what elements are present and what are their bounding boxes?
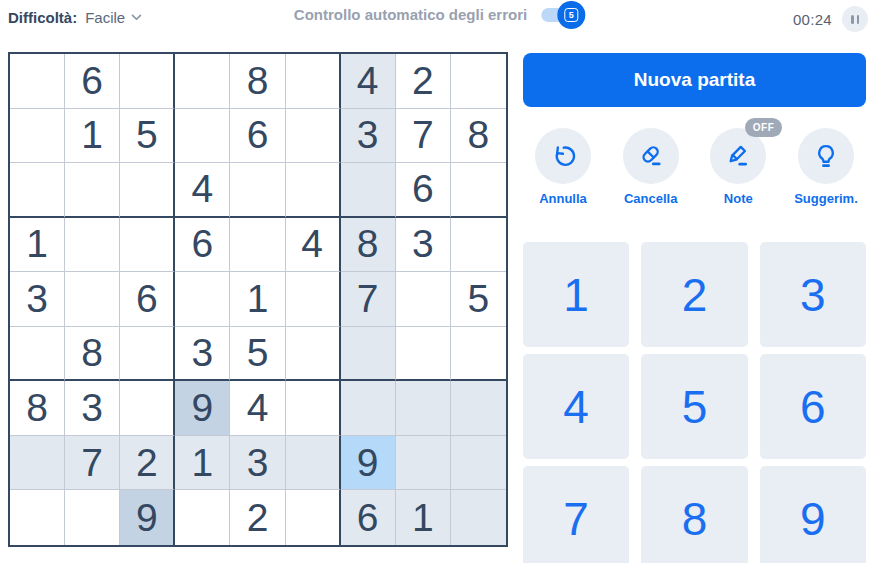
sudoku-cell-r5c4[interactable] bbox=[175, 272, 230, 327]
numpad-5[interactable]: 5 bbox=[641, 354, 747, 459]
sudoku-cell-r6c4[interactable]: 3 bbox=[175, 327, 230, 382]
sudoku-cell-r6c8[interactable] bbox=[396, 327, 451, 382]
sudoku-cell-r1c4[interactable] bbox=[175, 54, 230, 109]
notes-label: Note bbox=[724, 191, 753, 206]
sudoku-cell-r1c9[interactable] bbox=[451, 54, 506, 109]
sudoku-cell-r7c2[interactable]: 3 bbox=[65, 381, 120, 436]
sudoku-cell-r3c8[interactable]: 6 bbox=[396, 163, 451, 218]
sudoku-cell-r5c8[interactable] bbox=[396, 272, 451, 327]
difficulty-label: Difficoltà: bbox=[8, 9, 77, 26]
error-check-toggle[interactable]: 5 ✎ bbox=[541, 7, 581, 23]
hint-button[interactable]: Suggerim. bbox=[786, 128, 866, 206]
error-limit-badge: 5 bbox=[564, 8, 578, 22]
sudoku-cell-r1c7[interactable]: 4 bbox=[341, 54, 396, 109]
sudoku-cell-r2c5[interactable]: 6 bbox=[230, 109, 285, 164]
sudoku-cell-r9c4[interactable] bbox=[175, 490, 230, 545]
sudoku-cell-r7c1[interactable]: 8 bbox=[10, 381, 65, 436]
undo-button[interactable]: Annulla bbox=[523, 128, 603, 206]
sudoku-cell-r5c5[interactable]: 1 bbox=[230, 272, 285, 327]
sudoku-cell-r5c1[interactable]: 3 bbox=[10, 272, 65, 327]
numpad-8[interactable]: 8 bbox=[641, 466, 747, 563]
sudoku-cell-r3c9[interactable] bbox=[451, 163, 506, 218]
new-game-button[interactable]: Nuova partita bbox=[523, 53, 866, 107]
numpad-3[interactable]: 3 bbox=[760, 242, 866, 347]
sudoku-cell-r4c7[interactable]: 8 bbox=[341, 218, 396, 273]
eraser-icon bbox=[637, 142, 665, 170]
sudoku-cell-r8c7[interactable]: 9 bbox=[341, 436, 396, 491]
sudoku-cell-r6c1[interactable] bbox=[10, 327, 65, 382]
sudoku-cell-r3c3[interactable] bbox=[120, 163, 175, 218]
sudoku-cell-r2c6[interactable] bbox=[286, 109, 341, 164]
sudoku-cell-r9c8[interactable]: 1 bbox=[396, 490, 451, 545]
sudoku-cell-r9c5[interactable]: 2 bbox=[230, 490, 285, 545]
undo-icon bbox=[549, 142, 577, 170]
sudoku-cell-r3c5[interactable] bbox=[230, 163, 285, 218]
sudoku-cell-r9c9[interactable] bbox=[451, 490, 506, 545]
sudoku-cell-r7c4[interactable]: 9 bbox=[175, 381, 230, 436]
sudoku-cell-r9c6[interactable] bbox=[286, 490, 341, 545]
sudoku-cell-r7c7[interactable] bbox=[341, 381, 396, 436]
sudoku-cell-r1c3[interactable] bbox=[120, 54, 175, 109]
pause-icon bbox=[851, 15, 854, 24]
sudoku-app: Difficoltà: Facile Controllo automatico … bbox=[0, 0, 875, 563]
erase-button[interactable]: Cancella bbox=[611, 128, 691, 206]
sudoku-cell-r5c9[interactable]: 5 bbox=[451, 272, 506, 327]
numpad-2[interactable]: 2 bbox=[641, 242, 747, 347]
sudoku-cell-r4c2[interactable] bbox=[65, 218, 120, 273]
sudoku-cell-r2c2[interactable]: 1 bbox=[65, 109, 120, 164]
sudoku-cell-r1c2[interactable]: 6 bbox=[65, 54, 120, 109]
sudoku-cell-r3c1[interactable] bbox=[10, 163, 65, 218]
sudoku-cell-r8c8[interactable] bbox=[396, 436, 451, 491]
sudoku-cell-r8c2[interactable]: 7 bbox=[65, 436, 120, 491]
lightbulb-icon bbox=[812, 142, 840, 170]
sudoku-cell-r7c8[interactable] bbox=[396, 381, 451, 436]
sudoku-cell-r8c4[interactable]: 1 bbox=[175, 436, 230, 491]
sudoku-cell-r7c6[interactable] bbox=[286, 381, 341, 436]
sudoku-cell-r3c7[interactable] bbox=[341, 163, 396, 218]
sudoku-cell-r1c8[interactable]: 2 bbox=[396, 54, 451, 109]
sudoku-cell-r2c4[interactable] bbox=[175, 109, 230, 164]
sudoku-cell-r2c9[interactable]: 8 bbox=[451, 109, 506, 164]
sudoku-cell-r3c2[interactable] bbox=[65, 163, 120, 218]
pencil-icon bbox=[724, 142, 752, 170]
sudoku-cell-r3c6[interactable] bbox=[286, 163, 341, 218]
numpad: 1 2 3 4 5 6 7 8 9 bbox=[523, 242, 866, 563]
sudoku-cell-r7c3[interactable] bbox=[120, 381, 175, 436]
hint-label: Suggerim. bbox=[794, 191, 858, 206]
numpad-4[interactable]: 4 bbox=[523, 354, 629, 459]
sudoku-cell-r2c8[interactable]: 7 bbox=[396, 109, 451, 164]
sudoku-cell-r9c2[interactable] bbox=[65, 490, 120, 545]
sudoku-cell-r9c3[interactable]: 9 bbox=[120, 490, 175, 545]
sudoku-cell-r2c3[interactable]: 5 bbox=[120, 109, 175, 164]
sudoku-cell-r4c4[interactable]: 6 bbox=[175, 218, 230, 273]
sudoku-cell-r8c9[interactable] bbox=[451, 436, 506, 491]
pause-button[interactable] bbox=[842, 6, 868, 32]
sudoku-cell-r4c5[interactable] bbox=[230, 218, 285, 273]
topbar: Difficoltà: Facile Controllo automatico … bbox=[0, 0, 875, 40]
toggle-knob: 5 ✎ bbox=[557, 1, 585, 29]
sudoku-cell-r4c8[interactable]: 3 bbox=[396, 218, 451, 273]
sudoku-board: 68421563784616483361758358394721399261 bbox=[8, 52, 508, 547]
sudoku-cell-r8c3[interactable]: 2 bbox=[120, 436, 175, 491]
difficulty-select[interactable]: Facile bbox=[85, 9, 142, 26]
sudoku-cell-r4c9[interactable] bbox=[451, 218, 506, 273]
sudoku-cell-r5c3[interactable]: 6 bbox=[120, 272, 175, 327]
numpad-9[interactable]: 9 bbox=[760, 466, 866, 563]
sudoku-cell-r6c2[interactable]: 8 bbox=[65, 327, 120, 382]
erase-label: Cancella bbox=[624, 191, 677, 206]
sudoku-cell-r4c3[interactable] bbox=[120, 218, 175, 273]
timer: 00:24 bbox=[793, 11, 832, 28]
sudoku-cell-r4c1[interactable]: 1 bbox=[10, 218, 65, 273]
sudoku-cell-r5c7[interactable]: 7 bbox=[341, 272, 396, 327]
sudoku-cell-r5c2[interactable] bbox=[65, 272, 120, 327]
sudoku-cell-r2c7[interactable]: 3 bbox=[341, 109, 396, 164]
sudoku-cell-r7c9[interactable] bbox=[451, 381, 506, 436]
sudoku-cell-r6c5[interactable]: 5 bbox=[230, 327, 285, 382]
sudoku-cell-r7c5[interactable]: 4 bbox=[230, 381, 285, 436]
sudoku-cell-r9c1[interactable] bbox=[10, 490, 65, 545]
numpad-1[interactable]: 1 bbox=[523, 242, 629, 347]
pencil-mini-icon: ✎ bbox=[581, 26, 590, 33]
sudoku-cell-r4c6[interactable]: 4 bbox=[286, 218, 341, 273]
control-panel: Nuova partita Annulla bbox=[523, 53, 866, 563]
undo-label: Annulla bbox=[539, 191, 587, 206]
sudoku-cell-r6c7[interactable] bbox=[341, 327, 396, 382]
sudoku-cell-r8c5[interactable]: 3 bbox=[230, 436, 285, 491]
sudoku-cell-r8c6[interactable] bbox=[286, 436, 341, 491]
notes-button[interactable]: OFF Note bbox=[698, 128, 778, 206]
sudoku-cell-r6c3[interactable] bbox=[120, 327, 175, 382]
sudoku-cell-r2c1[interactable] bbox=[10, 109, 65, 164]
sudoku-cell-r1c6[interactable] bbox=[286, 54, 341, 109]
sudoku-cell-r6c6[interactable] bbox=[286, 327, 341, 382]
difficulty-value: Facile bbox=[85, 9, 125, 26]
sudoku-cell-r5c6[interactable] bbox=[286, 272, 341, 327]
sudoku-cell-r1c5[interactable]: 8 bbox=[230, 54, 285, 109]
numpad-6[interactable]: 6 bbox=[760, 354, 866, 459]
sudoku-cell-r6c9[interactable] bbox=[451, 327, 506, 382]
notes-off-badge: OFF bbox=[745, 118, 783, 137]
sudoku-cell-r8c1[interactable] bbox=[10, 436, 65, 491]
sudoku-cell-r9c7[interactable]: 6 bbox=[341, 490, 396, 545]
sudoku-cell-r1c1[interactable] bbox=[10, 54, 65, 109]
error-check-label: Controllo automatico degli errori bbox=[294, 6, 527, 23]
tools-row: Annulla Cancella OFF bbox=[523, 128, 866, 206]
chevron-down-icon bbox=[131, 14, 142, 21]
numpad-7[interactable]: 7 bbox=[523, 466, 629, 563]
sudoku-cell-r3c4[interactable]: 4 bbox=[175, 163, 230, 218]
